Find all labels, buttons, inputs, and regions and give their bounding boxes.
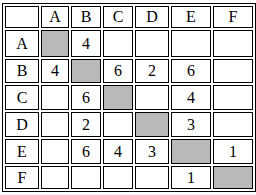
cell-D-A <box>41 112 69 137</box>
cell-D-C <box>103 112 133 137</box>
cell-B-A: 4 <box>41 59 69 83</box>
cell-B-D: 2 <box>135 59 169 83</box>
cell-A-B: 4 <box>71 30 101 57</box>
cell-F-A <box>41 166 69 189</box>
col-header-C: C <box>103 6 133 28</box>
row-header-A: A <box>5 30 39 57</box>
col-header-A: A <box>41 6 69 28</box>
cell-E-A <box>41 139 69 164</box>
cell-E-F: 1 <box>213 139 253 164</box>
cell-F-F <box>213 166 253 189</box>
cell-E-B: 6 <box>71 139 101 164</box>
col-header-E: E <box>171 6 211 28</box>
cell-C-E: 4 <box>171 85 211 110</box>
cell-A-D <box>135 30 169 57</box>
cell-B-E: 6 <box>171 59 211 83</box>
row-header-E: E <box>5 139 39 164</box>
cell-F-E: 1 <box>171 166 211 189</box>
cell-C-A <box>41 85 69 110</box>
row-header-C: C <box>5 85 39 110</box>
cell-F-C <box>103 166 133 189</box>
cell-E-D: 3 <box>135 139 169 164</box>
cell-C-D <box>135 85 169 110</box>
distance-matrix-diagram: A B C D E F A 4 B 4 6 2 6 C 6 4 D 2 <box>0 0 256 195</box>
cell-A-A <box>41 30 69 57</box>
matrix-table: A B C D E F A 4 B 4 6 2 6 C 6 4 D 2 <box>2 3 256 192</box>
cell-F-B <box>71 166 101 189</box>
cell-D-F <box>213 112 253 137</box>
col-header-F: F <box>213 6 253 28</box>
cell-C-F <box>213 85 253 110</box>
row-header-F: F <box>5 166 39 189</box>
cell-C-B: 6 <box>71 85 101 110</box>
cell-B-F <box>213 59 253 83</box>
cell-A-F <box>213 30 253 57</box>
row-header-B: B <box>5 59 39 83</box>
cell-C-C <box>103 85 133 110</box>
cell-E-C: 4 <box>103 139 133 164</box>
cell-B-C: 6 <box>103 59 133 83</box>
col-header-B: B <box>71 6 101 28</box>
row-header-D: D <box>5 112 39 137</box>
cell-A-E <box>171 30 211 57</box>
cell-F-D <box>135 166 169 189</box>
col-header-D: D <box>135 6 169 28</box>
cell-A-C <box>103 30 133 57</box>
cell-E-E <box>171 139 211 164</box>
cell-B-B <box>71 59 101 83</box>
cell-D-B: 2 <box>71 112 101 137</box>
cell-D-E: 3 <box>171 112 211 137</box>
cell-D-D <box>135 112 169 137</box>
corner-cell <box>5 6 39 28</box>
